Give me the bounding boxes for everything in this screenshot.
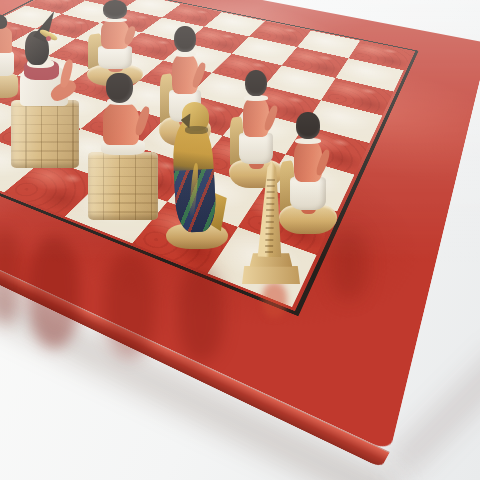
pawn-hair — [103, 0, 126, 19]
red-jewel — [46, 36, 51, 41]
hieroglyph-block — [88, 152, 158, 220]
bishop-torso — [103, 102, 139, 145]
pawn-kilt — [239, 133, 273, 165]
pawn-hair — [245, 70, 267, 96]
pawn-hair — [296, 112, 320, 139]
white-knight-falcon-g1[interactable] — [166, 101, 228, 249]
pawn-hair — [174, 26, 196, 52]
hieroglyph-throne-block — [11, 100, 79, 168]
white-king-anubis-e1[interactable] — [6, 14, 82, 168]
bishop-hair — [106, 73, 133, 103]
falcon-hood-shadow — [185, 126, 209, 133]
obelisk-base-step1 — [242, 266, 300, 284]
pawn-torso — [243, 97, 270, 137]
photo-of-egyptian-chess-set — [0, 0, 480, 480]
falcon-body — [171, 116, 217, 233]
pawn-torso — [101, 20, 129, 49]
pawn-collar — [174, 51, 197, 57]
pawn-kilt — [98, 46, 133, 69]
white-rook-obelisk-h1[interactable] — [242, 161, 300, 284]
white-bishop-scribe-f1[interactable] — [84, 72, 162, 220]
